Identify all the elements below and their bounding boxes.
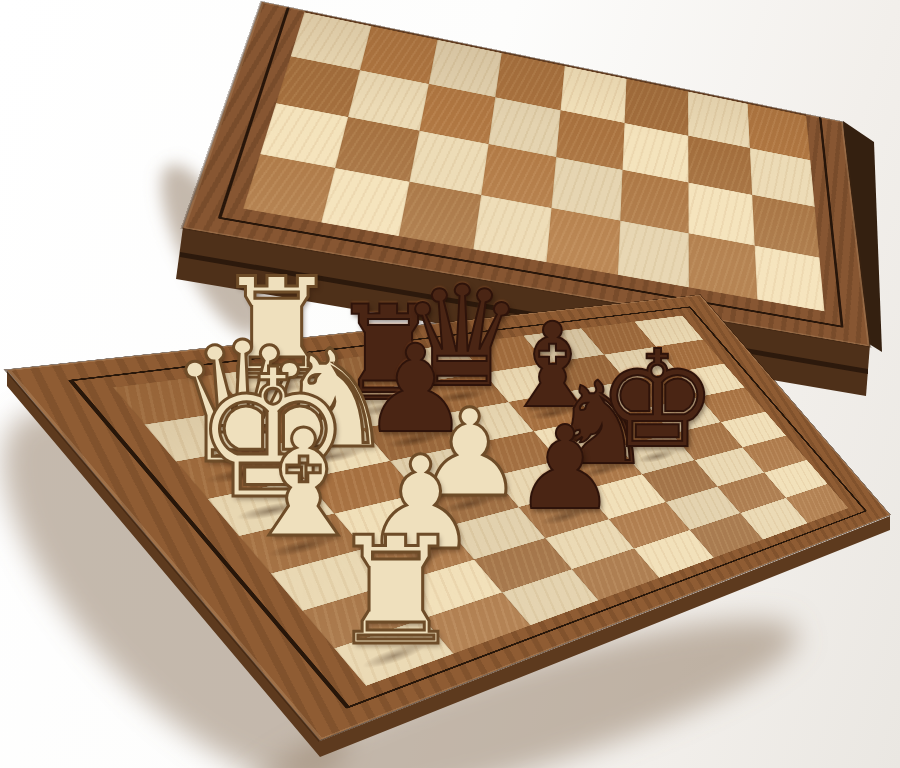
lid-square <box>618 220 688 287</box>
lid-square <box>473 195 551 263</box>
lid-square <box>398 181 481 249</box>
lid-square <box>546 208 620 275</box>
product-photo-scene: ♜♜♛♛♞♟♝♚♝♟♞♚♟♟♜ <box>0 0 900 768</box>
piece-contact-shadow <box>343 633 442 679</box>
lid-square <box>688 233 757 299</box>
lid-square <box>322 168 409 236</box>
